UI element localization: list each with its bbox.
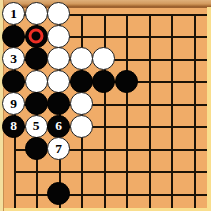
intersection <box>92 92 115 115</box>
intersection <box>137 137 160 160</box>
white-stone <box>92 47 115 70</box>
intersection <box>2 70 25 93</box>
intersection <box>25 47 48 70</box>
black-stone <box>2 70 25 93</box>
intersection <box>25 2 48 25</box>
move-number-label: 9 <box>10 96 17 110</box>
intersection <box>2 137 25 160</box>
intersection <box>115 70 138 93</box>
move-number-label: 5 <box>33 119 40 133</box>
black-stone <box>92 70 115 93</box>
white-stone <box>70 47 93 70</box>
intersection <box>92 137 115 160</box>
intersection: 8 <box>2 115 25 138</box>
intersection <box>160 182 183 205</box>
intersection <box>137 92 160 115</box>
white-stone: 3 <box>2 47 25 70</box>
intersection <box>47 25 70 48</box>
black-stone <box>47 92 70 115</box>
intersection <box>160 92 183 115</box>
intersection <box>160 160 183 183</box>
black-stone <box>25 25 48 48</box>
intersection <box>47 92 70 115</box>
intersection: 7 <box>47 137 70 160</box>
intersection <box>70 92 93 115</box>
black-stone <box>115 70 138 93</box>
intersection <box>115 160 138 183</box>
intersection <box>160 137 183 160</box>
black-stone: 6 <box>47 115 70 138</box>
intersection <box>160 115 183 138</box>
intersection <box>70 137 93 160</box>
white-stone <box>47 70 70 93</box>
white-stone: 5 <box>25 115 48 138</box>
intersection <box>182 70 205 93</box>
intersection <box>70 25 93 48</box>
intersection <box>182 25 205 48</box>
circle-marker <box>29 29 44 44</box>
intersection <box>137 25 160 48</box>
intersection <box>137 70 160 93</box>
intersection <box>47 160 70 183</box>
intersection <box>25 25 48 48</box>
intersection <box>25 182 48 205</box>
intersection <box>182 160 205 183</box>
intersection <box>25 92 48 115</box>
move-number-label: 3 <box>10 51 17 65</box>
black-stone <box>25 47 48 70</box>
intersection: 6 <box>47 115 70 138</box>
intersection: 5 <box>25 115 48 138</box>
white-stone: 9 <box>2 92 25 115</box>
intersection <box>115 47 138 70</box>
intersection: 9 <box>2 92 25 115</box>
intersection <box>160 25 183 48</box>
intersection <box>47 2 70 25</box>
intersection <box>160 2 183 25</box>
frame-right-band <box>207 7 211 211</box>
intersection <box>70 47 93 70</box>
intersection <box>70 2 93 25</box>
intersection <box>115 92 138 115</box>
intersection <box>92 182 115 205</box>
move-number-label: 1 <box>10 6 17 20</box>
white-stone <box>70 115 93 138</box>
black-stone <box>25 92 48 115</box>
intersection <box>137 182 160 205</box>
intersection <box>2 182 25 205</box>
intersection <box>70 160 93 183</box>
intersection <box>2 25 25 48</box>
intersection <box>182 182 205 205</box>
intersection <box>115 115 138 138</box>
go-board: 1398567 <box>2 2 205 205</box>
white-stone <box>47 25 70 48</box>
intersection <box>47 47 70 70</box>
intersection <box>115 25 138 48</box>
intersection <box>92 160 115 183</box>
intersection <box>92 70 115 93</box>
intersection <box>92 47 115 70</box>
intersection <box>182 137 205 160</box>
intersection <box>115 182 138 205</box>
intersection: 3 <box>2 47 25 70</box>
black-stone <box>47 182 70 205</box>
intersection <box>70 182 93 205</box>
intersection <box>25 160 48 183</box>
white-stone <box>47 47 70 70</box>
intersection <box>115 137 138 160</box>
move-number-label: 7 <box>55 141 62 155</box>
intersection <box>70 115 93 138</box>
intersection: 1 <box>2 2 25 25</box>
black-stone <box>70 70 93 93</box>
intersection <box>182 115 205 138</box>
intersection <box>92 2 115 25</box>
intersection <box>160 47 183 70</box>
intersection <box>160 70 183 93</box>
black-stone <box>2 25 25 48</box>
white-stone <box>25 70 48 93</box>
white-stone <box>47 2 70 25</box>
white-stone: 7 <box>47 137 70 160</box>
intersection <box>92 115 115 138</box>
intersection <box>47 182 70 205</box>
intersection <box>137 160 160 183</box>
intersection <box>182 92 205 115</box>
intersection <box>182 47 205 70</box>
black-stone <box>25 137 48 160</box>
go-diagram: 1398567 <box>0 0 211 211</box>
intersection <box>115 2 138 25</box>
intersection <box>47 70 70 93</box>
move-number-label: 8 <box>10 119 17 133</box>
intersection <box>25 137 48 160</box>
intersection <box>182 2 205 25</box>
frame-bottom-band <box>3 208 212 212</box>
white-stone <box>70 92 93 115</box>
intersection <box>92 25 115 48</box>
white-stone <box>25 2 48 25</box>
intersection <box>70 70 93 93</box>
intersection <box>25 70 48 93</box>
intersection <box>137 115 160 138</box>
intersection <box>2 160 25 183</box>
intersection <box>137 47 160 70</box>
intersection <box>137 2 160 25</box>
black-stone: 8 <box>2 115 25 138</box>
white-stone: 1 <box>2 2 25 25</box>
move-number-label: 6 <box>55 119 62 133</box>
